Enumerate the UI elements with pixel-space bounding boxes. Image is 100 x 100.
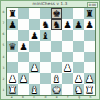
piece-black-pawn: ♟ — [30, 30, 39, 41]
square-f6[interactable] — [62, 30, 73, 41]
piece-black-pawn: ♟ — [85, 19, 94, 30]
square-d8[interactable] — [40, 8, 51, 19]
piece-black-knight: ♞ — [52, 19, 61, 30]
square-d7[interactable]: ♞ — [40, 19, 51, 30]
square-g6[interactable] — [73, 30, 84, 41]
file-label-e: e — [51, 96, 62, 99]
square-h7[interactable]: ♟ — [84, 19, 95, 30]
piece-black-knight: ♞ — [41, 19, 50, 30]
square-b6[interactable] — [18, 30, 29, 41]
piece-white-pawn: ♟ — [85, 73, 94, 84]
square-e6[interactable] — [51, 30, 62, 41]
square-g8[interactable] — [73, 8, 84, 19]
square-d1[interactable] — [40, 84, 51, 95]
square-b5[interactable]: ♟ — [18, 41, 29, 52]
app-window: miniChess v 1.3 0:00 87654321 ♜♚♜♟♞♞♟♟♟♟… — [0, 0, 100, 100]
square-a3[interactable] — [7, 62, 18, 73]
square-c2[interactable] — [29, 73, 40, 84]
square-b3[interactable] — [18, 62, 29, 73]
piece-black-king: ♚ — [52, 8, 61, 19]
square-e5[interactable] — [51, 41, 62, 52]
piece-white-pawn: ♟ — [74, 73, 83, 84]
square-h2[interactable]: ♟ — [84, 73, 95, 84]
piece-white-bishop: ♝ — [30, 84, 39, 95]
piece-black-queen: ♛ — [8, 41, 17, 52]
square-b1[interactable] — [18, 84, 29, 95]
square-g2[interactable]: ♟ — [73, 73, 84, 84]
piece-black-bishop: ♝ — [41, 30, 50, 41]
square-b7[interactable] — [18, 19, 29, 30]
square-d2[interactable] — [40, 73, 51, 84]
square-d3[interactable] — [40, 62, 51, 73]
square-a5[interactable]: ♛ — [7, 41, 18, 52]
square-g1[interactable]: ♞ — [73, 84, 84, 95]
square-d6[interactable]: ♝ — [40, 30, 51, 41]
square-d5[interactable] — [40, 41, 51, 52]
square-b4[interactable] — [18, 52, 29, 63]
piece-white-pawn: ♟ — [8, 73, 17, 84]
square-b2[interactable]: ♟ — [18, 73, 29, 84]
square-e4[interactable] — [51, 52, 62, 63]
square-h6[interactable] — [84, 30, 95, 41]
square-f1[interactable] — [62, 84, 73, 95]
file-labels: abcdefgh — [6, 96, 96, 99]
file-label-c: c — [29, 96, 40, 99]
square-b8[interactable] — [18, 8, 29, 19]
square-h8[interactable]: ♜ — [84, 8, 95, 19]
square-f8[interactable] — [62, 8, 73, 19]
piece-black-rook: ♜ — [85, 8, 94, 19]
file-label-a: a — [6, 96, 17, 99]
square-c7[interactable] — [29, 19, 40, 30]
piece-white-pawn: ♟ — [19, 73, 28, 84]
piece-white-bishop: ♝ — [52, 73, 61, 84]
square-h4[interactable] — [84, 52, 95, 63]
file-label-d: d — [40, 96, 51, 99]
square-f7[interactable]: ♟ — [62, 19, 73, 30]
square-a1[interactable]: ♜ — [7, 84, 18, 95]
square-a4[interactable] — [7, 52, 18, 63]
square-c3[interactable]: ♟ — [29, 62, 40, 73]
square-e1[interactable]: ♚ — [51, 84, 62, 95]
square-g3[interactable] — [73, 62, 84, 73]
piece-white-king: ♚ — [52, 84, 61, 95]
square-a7[interactable]: ♟ — [7, 19, 18, 30]
square-c4[interactable] — [29, 52, 40, 63]
square-a6[interactable] — [7, 30, 18, 41]
chess-board: ♜♚♜♟♞♞♟♟♟♟♝♛♟♟♟♟♟♝♟♟♜♝♚♞♜ — [6, 7, 96, 96]
square-a2[interactable]: ♟ — [7, 73, 18, 84]
square-g4[interactable] — [73, 52, 84, 63]
square-g7[interactable]: ♟ — [73, 19, 84, 30]
square-f5[interactable] — [62, 41, 73, 52]
file-label-g: g — [74, 96, 85, 99]
square-d4[interactable] — [40, 52, 51, 63]
square-c8[interactable] — [29, 8, 40, 19]
square-h3[interactable] — [84, 62, 95, 73]
square-f3[interactable]: ♟ — [62, 62, 73, 73]
piece-black-pawn: ♟ — [8, 19, 17, 30]
piece-black-rook: ♜ — [8, 8, 17, 19]
square-h1[interactable]: ♜ — [84, 84, 95, 95]
file-label-b: b — [17, 96, 28, 99]
piece-white-pawn: ♟ — [63, 62, 72, 73]
square-c5[interactable] — [29, 41, 40, 52]
square-h5[interactable] — [84, 41, 95, 52]
piece-white-rook: ♜ — [8, 84, 17, 95]
piece-white-pawn: ♟ — [30, 62, 39, 73]
square-e3[interactable] — [51, 62, 62, 73]
square-f4[interactable] — [62, 52, 73, 63]
square-c6[interactable]: ♟ — [29, 30, 40, 41]
square-c1[interactable]: ♝ — [29, 84, 40, 95]
square-e8[interactable]: ♚ — [51, 8, 62, 19]
piece-white-rook: ♜ — [85, 84, 94, 95]
piece-black-pawn: ♟ — [74, 19, 83, 30]
piece-black-pawn: ♟ — [19, 41, 28, 52]
square-e7[interactable]: ♞ — [51, 19, 62, 30]
piece-black-pawn: ♟ — [63, 19, 72, 30]
square-g5[interactable] — [73, 41, 84, 52]
square-f2[interactable] — [62, 73, 73, 84]
file-label-f: f — [62, 96, 73, 99]
file-label-h: h — [85, 96, 96, 99]
square-a8[interactable]: ♜ — [7, 8, 18, 19]
piece-white-knight: ♞ — [74, 84, 83, 95]
square-e2[interactable]: ♝ — [51, 73, 62, 84]
